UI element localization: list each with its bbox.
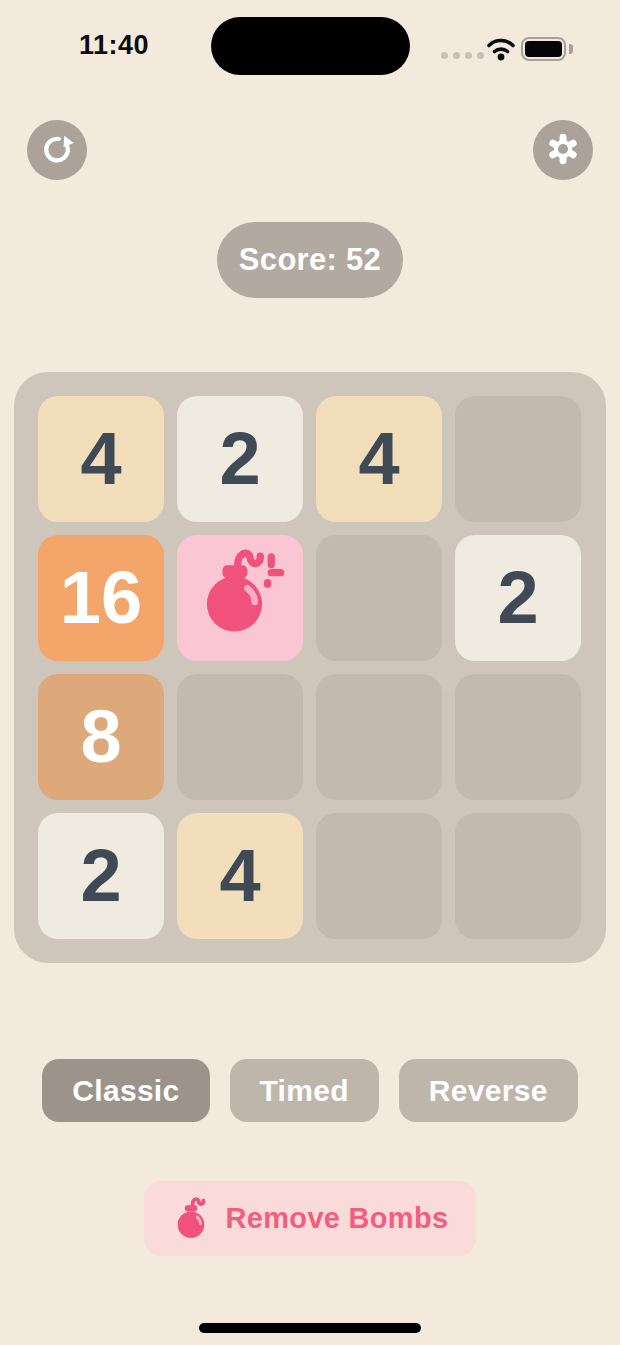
empty-cell bbox=[455, 396, 581, 522]
restart-button[interactable] bbox=[27, 120, 87, 180]
settings-button[interactable] bbox=[533, 120, 593, 180]
mode-button-reverse[interactable]: Reverse bbox=[399, 1059, 578, 1122]
tile-4: 4 bbox=[38, 396, 164, 522]
empty-cell bbox=[316, 535, 442, 661]
home-indicator[interactable] bbox=[199, 1323, 421, 1333]
bomb-icon bbox=[194, 546, 286, 650]
remove-bombs-button[interactable]: Remove Bombs bbox=[144, 1181, 476, 1256]
empty-cell bbox=[316, 674, 442, 800]
mode-button-classic[interactable]: Classic bbox=[42, 1059, 209, 1122]
gear-icon bbox=[544, 130, 582, 171]
score-pill: Score: 52 bbox=[217, 222, 403, 298]
tile-4: 4 bbox=[177, 813, 303, 939]
refresh-icon bbox=[39, 131, 75, 170]
bomb-tile bbox=[177, 535, 303, 661]
tile-16: 16 bbox=[38, 535, 164, 661]
battery-icon bbox=[521, 37, 566, 61]
tile-4: 4 bbox=[316, 396, 442, 522]
board[interactable]: 42416 2824 bbox=[14, 372, 606, 963]
bomb-icon bbox=[172, 1195, 210, 1243]
battery-nub bbox=[569, 44, 573, 54]
tile-2: 2 bbox=[177, 396, 303, 522]
tile-8: 8 bbox=[38, 674, 164, 800]
dynamic-island bbox=[211, 17, 410, 75]
status-time: 11:40 bbox=[54, 30, 174, 61]
empty-cell bbox=[455, 813, 581, 939]
tile-2: 2 bbox=[455, 535, 581, 661]
remove-bombs-label: Remove Bombs bbox=[226, 1202, 449, 1235]
empty-cell bbox=[455, 674, 581, 800]
score-label: Score: 52 bbox=[239, 242, 381, 278]
mode-switcher: Classic Timed Reverse bbox=[0, 1059, 620, 1122]
cellular-dots-icon bbox=[441, 52, 484, 59]
empty-cell bbox=[177, 674, 303, 800]
mode-button-timed[interactable]: Timed bbox=[230, 1059, 379, 1122]
wifi-icon bbox=[484, 36, 518, 66]
empty-cell bbox=[316, 813, 442, 939]
tile-2: 2 bbox=[38, 813, 164, 939]
